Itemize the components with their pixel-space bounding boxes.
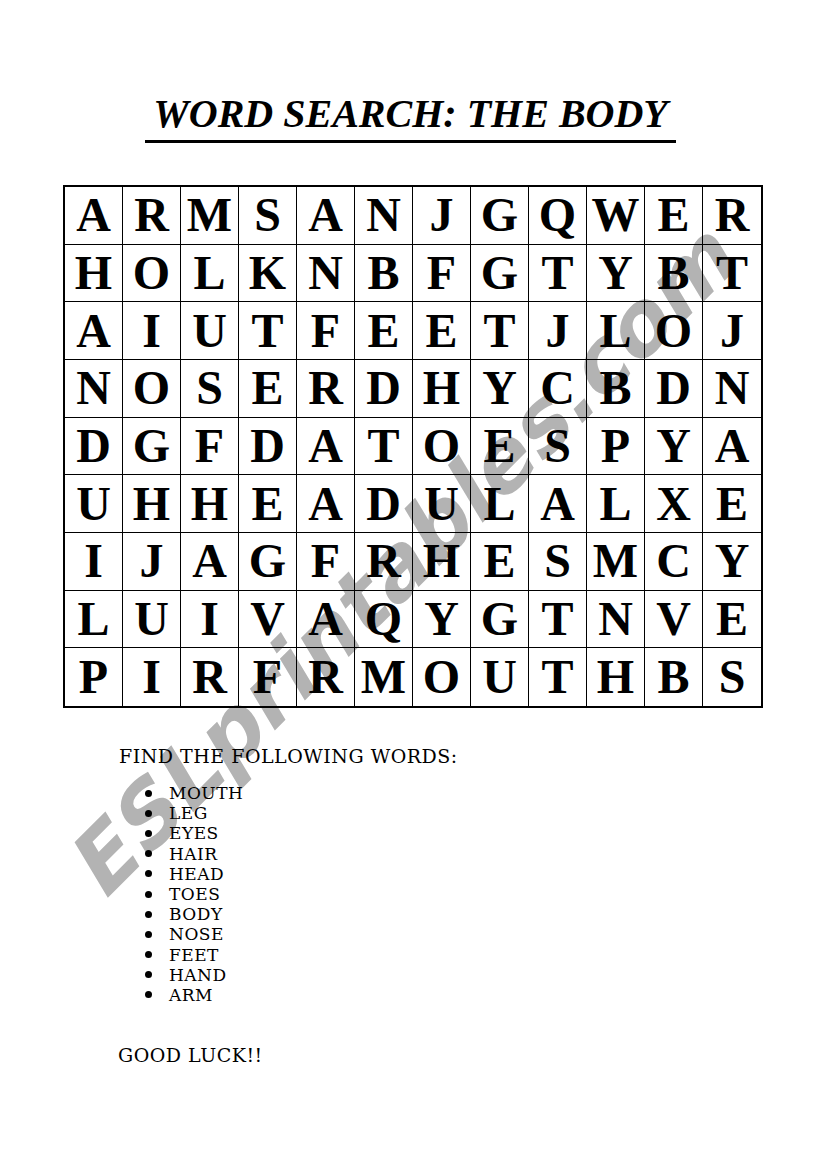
- grid-cell-r6c12[interactable]: E: [703, 475, 761, 533]
- grid-cell-r4c2[interactable]: O: [123, 360, 181, 418]
- word-label: LEG: [169, 803, 208, 823]
- word-list-item: FEET: [145, 945, 243, 965]
- grid-cell-r8c11[interactable]: V: [645, 591, 703, 649]
- grid-cell-r9c9[interactable]: T: [529, 648, 587, 706]
- grid-cell-r7c2[interactable]: J: [123, 533, 181, 591]
- grid-cell-r7c8[interactable]: E: [471, 533, 529, 591]
- bullet-icon: [145, 951, 152, 958]
- grid-cell-r5c12[interactable]: A: [703, 418, 761, 476]
- grid-cell-r9c11[interactable]: B: [645, 648, 703, 706]
- grid-cell-r6c11[interactable]: X: [645, 475, 703, 533]
- grid-cell-r6c10[interactable]: L: [587, 475, 645, 533]
- grid-cell-r3c1[interactable]: A: [65, 302, 123, 360]
- grid-cell-r8c10[interactable]: N: [587, 591, 645, 649]
- word-label: NOSE: [169, 924, 224, 944]
- grid-cell-r1c7[interactable]: J: [413, 187, 471, 245]
- grid-cell-r1c5[interactable]: A: [297, 187, 355, 245]
- grid-cell-r1c9[interactable]: Q: [529, 187, 587, 245]
- grid-cell-r1c8[interactable]: G: [471, 187, 529, 245]
- grid-cell-r8c7[interactable]: Y: [413, 591, 471, 649]
- grid-cell-r2c6[interactable]: B: [355, 245, 413, 303]
- word-label: MOUTH: [169, 783, 243, 803]
- grid-cell-r5c10[interactable]: P: [587, 418, 645, 476]
- good-luck-text: GOOD LUCK!!: [118, 1044, 263, 1066]
- grid-cell-r4c9[interactable]: C: [529, 360, 587, 418]
- bullet-icon: [145, 870, 152, 877]
- grid-cell-r7c12[interactable]: Y: [703, 533, 761, 591]
- word-list-item: MOUTH: [145, 783, 243, 803]
- grid-cell-r8c6[interactable]: Q: [355, 591, 413, 649]
- word-list-item: HEAD: [145, 864, 243, 884]
- grid-cell-r7c5[interactable]: F: [297, 533, 355, 591]
- grid-cell-r9c1[interactable]: P: [65, 648, 123, 706]
- grid-cell-r8c12[interactable]: E: [703, 591, 761, 649]
- word-label: FEET: [169, 945, 219, 965]
- grid-cell-r5c9[interactable]: S: [529, 418, 587, 476]
- grid-cell-r6c9[interactable]: A: [529, 475, 587, 533]
- grid-cell-r8c9[interactable]: T: [529, 591, 587, 649]
- grid-cell-r6c2[interactable]: H: [123, 475, 181, 533]
- word-list-item: HAND: [145, 965, 243, 985]
- grid-cell-r1c4[interactable]: S: [239, 187, 297, 245]
- grid-cell-r1c3[interactable]: M: [181, 187, 239, 245]
- grid-cell-r9c7[interactable]: O: [413, 648, 471, 706]
- bullet-icon: [145, 911, 152, 918]
- grid-cell-r8c1[interactable]: L: [65, 591, 123, 649]
- word-list-item: BODY: [145, 904, 243, 924]
- grid-cell-r3c2[interactable]: I: [123, 302, 181, 360]
- grid-cell-r3c12[interactable]: J: [703, 302, 761, 360]
- grid-cell-r2c1[interactable]: H: [65, 245, 123, 303]
- grid-cell-r5c3[interactable]: F: [181, 418, 239, 476]
- grid-cell-r6c5[interactable]: A: [297, 475, 355, 533]
- word-list-item: EYES: [145, 823, 243, 843]
- grid-cell-r2c3[interactable]: L: [181, 245, 239, 303]
- grid-cell-r2c2[interactable]: O: [123, 245, 181, 303]
- grid-cell-r5c1[interactable]: D: [65, 418, 123, 476]
- word-label: HEAD: [169, 864, 224, 884]
- grid-cell-r9c10[interactable]: H: [587, 648, 645, 706]
- page-title-text: WORD SEARCH: THE BODY: [145, 90, 676, 143]
- grid-cell-r8c2[interactable]: U: [123, 591, 181, 649]
- grid-cell-r1c11[interactable]: E: [645, 187, 703, 245]
- grid-cell-r7c9[interactable]: S: [529, 533, 587, 591]
- grid-cell-r1c12[interactable]: R: [703, 187, 761, 245]
- grid-cell-r2c5[interactable]: N: [297, 245, 355, 303]
- page-title: WORD SEARCH: THE BODY: [0, 90, 821, 143]
- grid-cell-r7c10[interactable]: M: [587, 533, 645, 591]
- grid-cell-r7c1[interactable]: I: [65, 533, 123, 591]
- bullet-icon: [145, 971, 152, 978]
- word-label: TOES: [169, 884, 220, 904]
- bullet-icon: [145, 810, 152, 817]
- grid-cell-r9c4[interactable]: F: [239, 648, 297, 706]
- bullet-icon: [145, 790, 152, 797]
- grid-cell-r4c1[interactable]: N: [65, 360, 123, 418]
- grid-cell-r9c5[interactable]: R: [297, 648, 355, 706]
- bullet-icon: [145, 830, 152, 837]
- grid-cell-r6c7[interactable]: U: [413, 475, 471, 533]
- grid-cell-r5c4[interactable]: D: [239, 418, 297, 476]
- grid-cell-r7c7[interactable]: H: [413, 533, 471, 591]
- grid-cell-r1c1[interactable]: A: [65, 187, 123, 245]
- grid-cell-r7c11[interactable]: C: [645, 533, 703, 591]
- grid-cell-r8c4[interactable]: V: [239, 591, 297, 649]
- grid-cell-r3c3[interactable]: U: [181, 302, 239, 360]
- grid-cell-r4c5[interactable]: R: [297, 360, 355, 418]
- grid-cell-r8c5[interactable]: A: [297, 591, 355, 649]
- bullet-icon: [145, 850, 152, 857]
- word-search-grid: ARMSANJGQWERHOLKNBFGTYBTAIUTFEETJLOJNOSE…: [63, 185, 763, 708]
- grid-cell-r9c6[interactable]: M: [355, 648, 413, 706]
- grid-cell-r3c7[interactable]: E: [413, 302, 471, 360]
- grid-cell-r8c3[interactable]: I: [181, 591, 239, 649]
- grid-cell-r9c3[interactable]: R: [181, 648, 239, 706]
- grid-cell-r7c4[interactable]: G: [239, 533, 297, 591]
- grid-cell-r5c6[interactable]: T: [355, 418, 413, 476]
- grid-cell-r2c11[interactable]: B: [645, 245, 703, 303]
- grid-cell-r3c9[interactable]: J: [529, 302, 587, 360]
- word-label: ARM: [169, 985, 213, 1005]
- grid-cell-r4c4[interactable]: E: [239, 360, 297, 418]
- bullet-icon: [145, 891, 152, 898]
- word-label: HAND: [169, 965, 227, 985]
- word-list-item: LEG: [145, 803, 243, 823]
- word-list: MOUTHLEGEYESHAIRHEADTOESBODYNOSEFEETHAND…: [145, 783, 243, 1005]
- grid-cell-r2c8[interactable]: G: [471, 245, 529, 303]
- grid-cell-r4c10[interactable]: B: [587, 360, 645, 418]
- grid-cell-r9c8[interactable]: U: [471, 648, 529, 706]
- grid-cell-r5c7[interactable]: O: [413, 418, 471, 476]
- word-list-heading: FIND THE FOLLOWING WORDS:: [119, 745, 458, 767]
- grid-cell-r3c5[interactable]: F: [297, 302, 355, 360]
- word-list-item: HAIR: [145, 844, 243, 864]
- word-list-item: TOES: [145, 884, 243, 904]
- grid-cell-r6c6[interactable]: D: [355, 475, 413, 533]
- word-label: EYES: [169, 823, 219, 843]
- bullet-icon: [145, 931, 152, 938]
- word-label: BODY: [169, 904, 223, 924]
- grid-cell-r4c12[interactable]: N: [703, 360, 761, 418]
- grid-cell-r1c10[interactable]: W: [587, 187, 645, 245]
- grid-cell-r3c6[interactable]: E: [355, 302, 413, 360]
- grid-cell-r9c12[interactable]: S: [703, 648, 761, 706]
- grid-cell-r4c7[interactable]: H: [413, 360, 471, 418]
- grid-cell-r3c11[interactable]: O: [645, 302, 703, 360]
- bullet-icon: [145, 991, 152, 998]
- grid-cell-r2c4[interactable]: K: [239, 245, 297, 303]
- grid-cell-r4c11[interactable]: D: [645, 360, 703, 418]
- grid-cell-r3c10[interactable]: L: [587, 302, 645, 360]
- grid-cell-r7c3[interactable]: A: [181, 533, 239, 591]
- grid-cell-r2c10[interactable]: Y: [587, 245, 645, 303]
- grid-cell-r5c2[interactable]: G: [123, 418, 181, 476]
- grid-cell-r2c12[interactable]: T: [703, 245, 761, 303]
- grid-cell-r6c8[interactable]: L: [471, 475, 529, 533]
- grid-cell-r2c7[interactable]: F: [413, 245, 471, 303]
- word-list-item: NOSE: [145, 924, 243, 944]
- grid-cell-r5c8[interactable]: E: [471, 418, 529, 476]
- grid-cell-r3c8[interactable]: T: [471, 302, 529, 360]
- grid-cell-r3c4[interactable]: T: [239, 302, 297, 360]
- grid-cell-r2c9[interactable]: T: [529, 245, 587, 303]
- word-list-item: ARM: [145, 985, 243, 1005]
- grid-cell-r7c6[interactable]: R: [355, 533, 413, 591]
- grid-cell-r4c3[interactable]: S: [181, 360, 239, 418]
- grid-cell-r1c6[interactable]: N: [355, 187, 413, 245]
- grid-cell-r6c3[interactable]: H: [181, 475, 239, 533]
- grid-cell-r4c6[interactable]: D: [355, 360, 413, 418]
- word-label: HAIR: [169, 844, 218, 864]
- grid-cell-r6c1[interactable]: U: [65, 475, 123, 533]
- grid-cell-r6c4[interactable]: E: [239, 475, 297, 533]
- grid-cell-r5c5[interactable]: A: [297, 418, 355, 476]
- grid-cell-r4c8[interactable]: Y: [471, 360, 529, 418]
- grid-cell-r1c2[interactable]: R: [123, 187, 181, 245]
- grid-cell-r5c11[interactable]: Y: [645, 418, 703, 476]
- grid-cell-r8c8[interactable]: G: [471, 591, 529, 649]
- grid-cell-r9c2[interactable]: I: [123, 648, 181, 706]
